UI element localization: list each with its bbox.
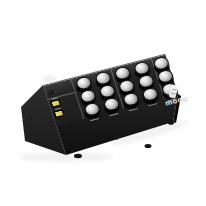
screw-icon — [116, 137, 119, 140]
knob-r3c1[interactable] — [82, 102, 101, 121]
knob-r3c2[interactable] — [101, 97, 120, 116]
rubber-foot — [74, 154, 82, 158]
screw-icon — [34, 135, 37, 138]
screw-icon — [57, 146, 60, 149]
screw-icon — [30, 118, 33, 121]
taurus-bull-logo — [42, 73, 57, 85]
knob-r3c3[interactable] — [121, 92, 140, 111]
rubber-foot — [145, 144, 152, 148]
rubber-foot — [168, 121, 174, 125]
knob-r3c4[interactable] — [140, 87, 159, 106]
product-photo: moog — [0, 0, 206, 206]
